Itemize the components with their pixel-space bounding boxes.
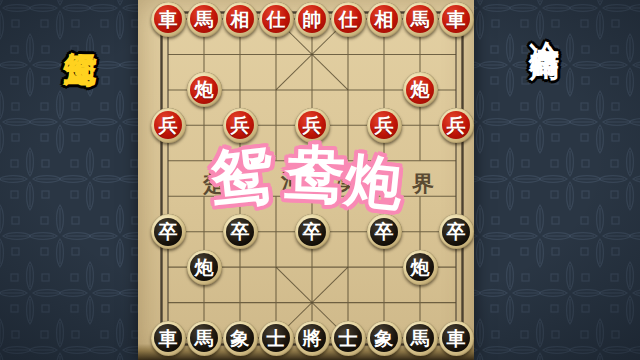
piece-face: 兵 [154, 111, 182, 139]
piece-black-advisor: 士 [331, 321, 366, 356]
piece-red-horse: 馬 [403, 2, 438, 37]
overlay-char-3: 炮 [343, 150, 406, 213]
piece-face: 相 [226, 5, 254, 33]
piece-black-soldier: 卒 [295, 214, 330, 249]
piece-black-soldier: 卒 [367, 214, 402, 249]
piece-face: 士 [334, 324, 362, 352]
piece-face: 馬 [406, 5, 434, 33]
piece-face: 將 [298, 324, 326, 352]
piece-face: 象 [226, 324, 254, 352]
piece-red-horse: 馬 [187, 2, 222, 37]
piece-face: 馬 [190, 324, 218, 352]
piece-face: 炮 [190, 253, 218, 281]
piece-face: 車 [442, 5, 470, 33]
piece-face: 炮 [406, 253, 434, 281]
right-title: 冷僻布局 [529, 17, 559, 33]
video-frame: 鸳鸯炮 冷僻布局 [0, 0, 640, 360]
piece-red-elephant: 相 [223, 2, 258, 37]
piece-face: 仕 [262, 5, 290, 33]
piece-red-elephant: 相 [367, 2, 402, 37]
piece-black-advisor: 士 [259, 321, 294, 356]
piece-face: 馬 [190, 5, 218, 33]
piece-face: 車 [154, 324, 182, 352]
piece-face: 馬 [406, 324, 434, 352]
piece-black-soldier: 卒 [151, 214, 186, 249]
piece-red-soldier: 兵 [367, 108, 402, 143]
piece-face: 兵 [226, 111, 254, 139]
piece-face: 卒 [370, 218, 398, 246]
piece-face: 兵 [298, 111, 326, 139]
left-title: 鸳鸯炮 [64, 25, 97, 28]
piece-black-chariot: 車 [439, 321, 474, 356]
piece-face: 相 [370, 5, 398, 33]
piece-face: 士 [262, 324, 290, 352]
piece-face: 仕 [334, 5, 362, 33]
piece-red-soldier: 兵 [151, 108, 186, 143]
piece-black-cannon: 炮 [187, 250, 222, 285]
piece-red-chariot: 車 [439, 2, 474, 37]
piece-face: 炮 [406, 76, 434, 104]
piece-black-elephant: 象 [223, 321, 258, 356]
piece-red-cannon: 炮 [403, 72, 438, 107]
piece-red-soldier: 兵 [223, 108, 258, 143]
piece-face: 象 [370, 324, 398, 352]
piece-face: 炮 [190, 76, 218, 104]
piece-face: 卒 [298, 218, 326, 246]
piece-face: 帥 [298, 5, 326, 33]
piece-black-general: 將 [295, 321, 330, 356]
piece-black-horse: 馬 [403, 321, 438, 356]
piece-red-chariot: 車 [151, 2, 186, 37]
piece-red-advisor: 仕 [259, 2, 294, 37]
overlay-char-2: 鸯 [284, 143, 346, 205]
piece-face: 兵 [442, 111, 470, 139]
piece-face: 卒 [154, 218, 182, 246]
piece-red-advisor: 仕 [331, 2, 366, 37]
piece-face: 車 [442, 324, 470, 352]
piece-face: 卒 [226, 218, 254, 246]
piece-black-soldier: 卒 [223, 214, 258, 249]
piece-black-cannon: 炮 [403, 250, 438, 285]
piece-black-horse: 馬 [187, 321, 222, 356]
piece-black-elephant: 象 [367, 321, 402, 356]
piece-face: 卒 [442, 218, 470, 246]
piece-red-soldier: 兵 [439, 108, 474, 143]
piece-black-chariot: 車 [151, 321, 186, 356]
piece-face: 兵 [370, 111, 398, 139]
piece-red-cannon: 炮 [187, 72, 222, 107]
overlay-char-1: 鸳 [209, 143, 277, 211]
piece-face: 車 [154, 5, 182, 33]
piece-black-soldier: 卒 [439, 214, 474, 249]
piece-red-general: 帥 [295, 2, 330, 37]
